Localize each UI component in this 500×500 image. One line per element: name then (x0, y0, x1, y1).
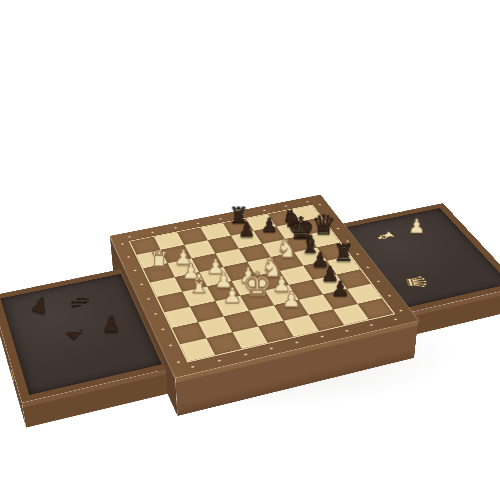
captured-white-bishop-lying: ♝ (370, 228, 400, 244)
captured-black-knight-lying: ♞ (68, 294, 93, 310)
white-pawn-captured-1: ♟ (402, 202, 432, 236)
black-pawn-captured-0: ♟ (24, 278, 57, 316)
square-h8 (358, 298, 394, 319)
piece-glyph: ♟ (102, 313, 122, 335)
black-pawn-captured-3: ♟ (95, 297, 129, 336)
left-drawer-end-face (0, 296, 26, 428)
screenshot-root: ♜♟♟♞♜♟♚♛♟♟♞♝♝♟♟♞♟♜♟♚♟♟♟♟ ♟♞♟♟ ♝♟♛ (0, 0, 500, 500)
piece-glyph: ♟ (408, 217, 425, 236)
left-drawer-front-face (22, 368, 174, 428)
piece-glyph: ♟ (29, 292, 53, 318)
right-drawer-end-face (440, 203, 500, 310)
captured-black-pawn-lying: ♟ (63, 325, 91, 342)
captured-white-queen-lying: ♛ (401, 274, 432, 290)
brass-latch-icon (10, 366, 14, 386)
